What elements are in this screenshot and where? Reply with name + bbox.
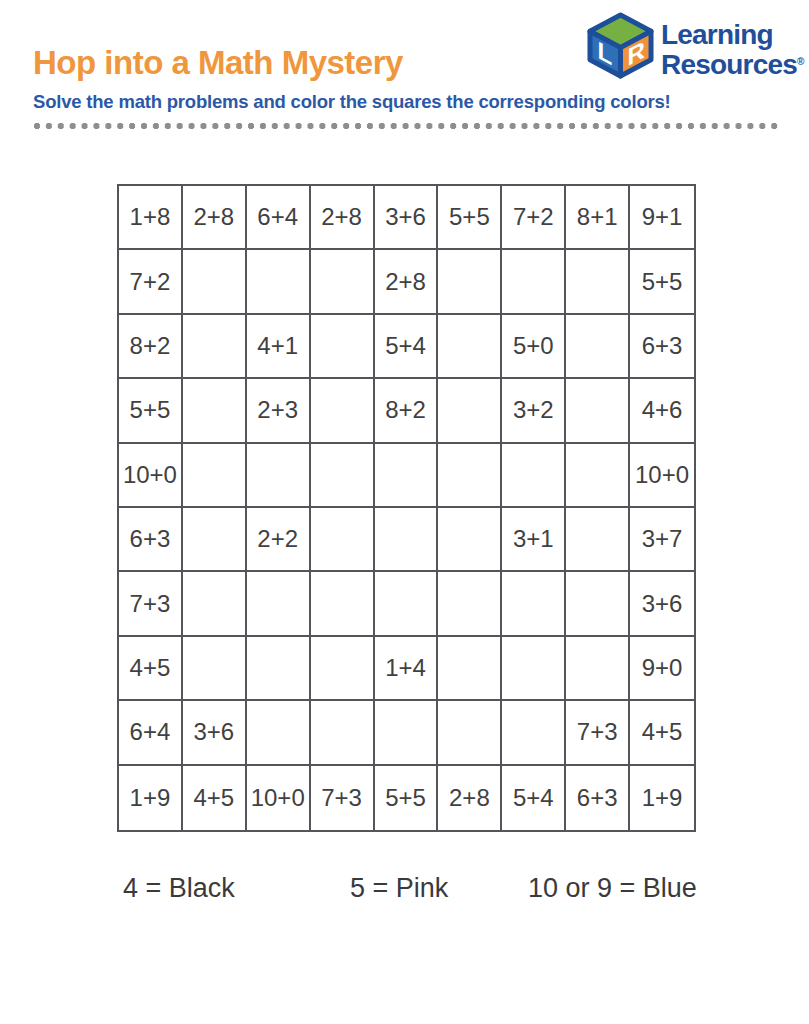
grid-cell-r8c7[interactable] [502, 637, 566, 701]
grid-cell-r9c5[interactable] [375, 701, 439, 765]
grid-cell-r8c6[interactable] [438, 637, 502, 701]
grid-cell-r3c7[interactable]: 5+0 [502, 315, 566, 379]
legend-item-blue: 10 or 9 = Blue [528, 873, 697, 904]
grid-cell-r8c5[interactable]: 1+4 [375, 637, 439, 701]
grid-cell-r9c3[interactable] [247, 701, 311, 765]
grid-cell-r2c7[interactable] [502, 250, 566, 314]
grid-cell-r7c2[interactable] [183, 572, 247, 636]
grid-cell-r7c4[interactable] [311, 572, 375, 636]
grid-cell-r7c7[interactable] [502, 572, 566, 636]
grid-cell-r2c3[interactable] [247, 250, 311, 314]
grid-cell-r5c2[interactable] [183, 444, 247, 508]
grid-cell-r8c9[interactable]: 9+0 [630, 637, 694, 701]
grid-cell-r8c1[interactable]: 4+5 [119, 637, 183, 701]
logo-wordmark: Learning Resources® [661, 21, 804, 78]
grid-cell-r10c8[interactable]: 6+3 [566, 766, 630, 830]
grid-cell-r5c5[interactable] [375, 444, 439, 508]
grid-cell-r4c2[interactable] [183, 379, 247, 443]
grid-cell-r6c7[interactable]: 3+1 [502, 508, 566, 572]
grid-cell-r7c5[interactable] [375, 572, 439, 636]
grid-cell-r4c1[interactable]: 5+5 [119, 379, 183, 443]
grid-cell-r9c1[interactable]: 6+4 [119, 701, 183, 765]
grid-cell-r8c4[interactable] [311, 637, 375, 701]
learning-resources-logo: L R Learning Resources® [585, 12, 804, 79]
grid-cell-r3c4[interactable] [311, 315, 375, 379]
legend-item-black: 4 = Black [123, 873, 235, 904]
grid-cell-r1c5[interactable]: 3+6 [375, 186, 439, 250]
grid-cell-r2c2[interactable] [183, 250, 247, 314]
grid-cell-r6c1[interactable]: 6+3 [119, 508, 183, 572]
grid-cell-r3c1[interactable]: 8+2 [119, 315, 183, 379]
grid-cell-r8c2[interactable] [183, 637, 247, 701]
grid-cell-r10c2[interactable]: 4+5 [183, 766, 247, 830]
page-title: Hop into a Math Mystery [33, 44, 403, 82]
grid-cell-r7c1[interactable]: 7+3 [119, 572, 183, 636]
grid-cell-r7c9[interactable]: 3+6 [630, 572, 694, 636]
grid-cell-r6c6[interactable] [438, 508, 502, 572]
grid-cell-r6c9[interactable]: 3+7 [630, 508, 694, 572]
grid-cell-r4c5[interactable]: 8+2 [375, 379, 439, 443]
grid-cell-r6c2[interactable] [183, 508, 247, 572]
grid-cell-r1c3[interactable]: 6+4 [247, 186, 311, 250]
grid-cell-r10c7[interactable]: 5+4 [502, 766, 566, 830]
grid-cell-r2c6[interactable] [438, 250, 502, 314]
grid-cell-r1c9[interactable]: 9+1 [630, 186, 694, 250]
grid-cell-r1c8[interactable]: 8+1 [566, 186, 630, 250]
grid-cell-r3c8[interactable] [566, 315, 630, 379]
grid-cell-r2c9[interactable]: 5+5 [630, 250, 694, 314]
grid-cell-r5c6[interactable] [438, 444, 502, 508]
grid-cell-r3c6[interactable] [438, 315, 502, 379]
grid-cell-r10c3[interactable]: 10+0 [247, 766, 311, 830]
grid-cell-r5c3[interactable] [247, 444, 311, 508]
grid-cell-r6c5[interactable] [375, 508, 439, 572]
grid-cell-r2c5[interactable]: 2+8 [375, 250, 439, 314]
grid-cell-r2c8[interactable] [566, 250, 630, 314]
grid-cell-r4c9[interactable]: 4+6 [630, 379, 694, 443]
grid-cell-r4c7[interactable]: 3+2 [502, 379, 566, 443]
grid-cell-r5c8[interactable] [566, 444, 630, 508]
grid-cell-r5c7[interactable] [502, 444, 566, 508]
worksheet-page: Hop into a Math Mystery Solve the math p… [0, 0, 809, 1024]
dotted-divider [33, 122, 779, 130]
page-subtitle: Solve the math problems and color the sq… [33, 91, 671, 113]
logo-wordmark-line1: Learning [661, 21, 804, 48]
grid-cell-r3c9[interactable]: 6+3 [630, 315, 694, 379]
registered-mark: ® [797, 56, 804, 67]
grid-cell-r8c8[interactable] [566, 637, 630, 701]
grid-cell-r9c8[interactable]: 7+3 [566, 701, 630, 765]
grid-cell-r2c1[interactable]: 7+2 [119, 250, 183, 314]
grid-cell-r7c3[interactable] [247, 572, 311, 636]
grid-cell-r3c2[interactable] [183, 315, 247, 379]
grid-cell-r9c9[interactable]: 4+5 [630, 701, 694, 765]
grid-cell-r9c7[interactable] [502, 701, 566, 765]
grid-cell-r4c8[interactable] [566, 379, 630, 443]
grid-cell-r9c2[interactable]: 3+6 [183, 701, 247, 765]
grid-cell-r5c9[interactable]: 10+0 [630, 444, 694, 508]
grid-cell-r10c9[interactable]: 1+9 [630, 766, 694, 830]
grid-cell-r1c4[interactable]: 2+8 [311, 186, 375, 250]
grid-cell-r10c6[interactable]: 2+8 [438, 766, 502, 830]
grid-cell-r1c1[interactable]: 1+8 [119, 186, 183, 250]
grid-cell-r10c1[interactable]: 1+9 [119, 766, 183, 830]
grid-cell-r3c5[interactable]: 5+4 [375, 315, 439, 379]
grid-cell-r1c2[interactable]: 2+8 [183, 186, 247, 250]
grid-cell-r4c3[interactable]: 2+3 [247, 379, 311, 443]
cube-logo-icon: L R [585, 12, 656, 79]
grid-cell-r1c6[interactable]: 5+5 [438, 186, 502, 250]
grid-cell-r4c4[interactable] [311, 379, 375, 443]
grid-cell-r9c4[interactable] [311, 701, 375, 765]
logo-wordmark-line2: Resources® [661, 48, 804, 78]
grid-cell-r2c4[interactable] [311, 250, 375, 314]
grid-cell-r8c3[interactable] [247, 637, 311, 701]
grid-cell-r5c4[interactable] [311, 444, 375, 508]
legend-item-pink: 5 = Pink [350, 873, 448, 904]
grid-cell-r5c1[interactable]: 10+0 [119, 444, 183, 508]
grid-cell-r6c3[interactable]: 2+2 [247, 508, 311, 572]
grid-cell-r10c4[interactable]: 7+3 [311, 766, 375, 830]
puzzle-grid: 1+82+86+42+83+65+57+28+19+17+22+85+58+24… [117, 184, 696, 832]
grid-cell-r4c6[interactable] [438, 379, 502, 443]
grid-cell-r3c3[interactable]: 4+1 [247, 315, 311, 379]
grid-cell-r6c8[interactable] [566, 508, 630, 572]
grid-cell-r9c6[interactable] [438, 701, 502, 765]
grid-cell-r7c6[interactable] [438, 572, 502, 636]
grid-cell-r10c5[interactable]: 5+5 [375, 766, 439, 830]
grid-cell-r7c8[interactable] [566, 572, 630, 636]
grid-cell-r6c4[interactable] [311, 508, 375, 572]
legend: 4 = Black 5 = Pink 10 or 9 = Blue [0, 873, 809, 913]
grid-cell-r1c7[interactable]: 7+2 [502, 186, 566, 250]
